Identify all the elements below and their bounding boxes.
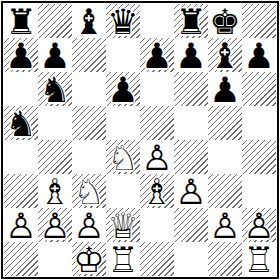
square-f6[interactable] xyxy=(174,72,208,106)
square-h8[interactable] xyxy=(242,4,276,38)
white-pawn: ♟♙ xyxy=(140,141,174,174)
white-knight: ♞♘ xyxy=(72,175,106,208)
square-d6[interactable]: ♟ xyxy=(106,72,140,106)
black-pawn: ♟ xyxy=(106,73,140,106)
piece-outline-layer: ♘ xyxy=(106,141,140,174)
square-c4[interactable] xyxy=(72,140,106,174)
white-bishop: ♝♗ xyxy=(140,175,174,208)
white-pawn: ♟♙ xyxy=(72,209,106,242)
square-h2[interactable]: ♟♙ xyxy=(242,208,276,242)
black-queen: ♛ xyxy=(106,5,140,38)
square-g7[interactable]: ♝ xyxy=(208,38,242,72)
black-knight: ♞ xyxy=(4,107,38,140)
piece-outline-layer: ♖ xyxy=(242,243,276,276)
square-e6[interactable] xyxy=(140,72,174,106)
black-bishop: ♝ xyxy=(208,39,242,72)
square-g6[interactable]: ♟ xyxy=(208,72,242,106)
square-c2[interactable]: ♟♙ xyxy=(72,208,106,242)
black-pawn: ♟ xyxy=(242,39,276,72)
square-b2[interactable]: ♟♙ xyxy=(38,208,72,242)
square-h7[interactable]: ♟ xyxy=(242,38,276,72)
piece-outline-layer: ♙ xyxy=(208,209,242,242)
square-a3[interactable] xyxy=(4,174,38,208)
black-king: ♚ xyxy=(208,5,242,38)
square-b5[interactable] xyxy=(38,106,72,140)
square-h6[interactable] xyxy=(242,72,276,106)
white-pawn: ♟♙ xyxy=(174,175,208,208)
square-g8[interactable]: ♚ xyxy=(208,4,242,38)
white-pawn: ♟♙ xyxy=(242,209,276,242)
black-pawn: ♟ xyxy=(174,39,208,72)
white-rook: ♜♖ xyxy=(242,243,276,276)
piece-outline-layer: ♔ xyxy=(72,243,106,276)
piece-outline-layer: ♕ xyxy=(106,209,140,242)
square-e7[interactable]: ♟ xyxy=(140,38,174,72)
square-g1[interactable] xyxy=(208,242,242,276)
black-pawn: ♟ xyxy=(38,39,72,72)
white-pawn: ♟♙ xyxy=(208,209,242,242)
white-queen: ♛♕ xyxy=(106,209,140,242)
square-f7[interactable]: ♟ xyxy=(174,38,208,72)
square-d7[interactable] xyxy=(106,38,140,72)
square-c6[interactable] xyxy=(72,72,106,106)
square-g3[interactable] xyxy=(208,174,242,208)
square-c5[interactable] xyxy=(72,106,106,140)
square-d3[interactable] xyxy=(106,174,140,208)
piece-outline-layer: ♘ xyxy=(72,175,106,208)
black-pawn: ♟ xyxy=(208,73,242,106)
black-rook: ♜ xyxy=(174,5,208,38)
square-e5[interactable] xyxy=(140,106,174,140)
square-a2[interactable]: ♟♙ xyxy=(4,208,38,242)
square-g4[interactable] xyxy=(208,140,242,174)
piece-outline-layer: ♖ xyxy=(106,243,140,276)
square-b4[interactable] xyxy=(38,140,72,174)
square-b7[interactable]: ♟ xyxy=(38,38,72,72)
square-e2[interactable] xyxy=(140,208,174,242)
square-e4[interactable]: ♟♙ xyxy=(140,140,174,174)
square-g5[interactable] xyxy=(208,106,242,140)
piece-outline-layer: ♙ xyxy=(4,209,38,242)
square-d8[interactable]: ♛ xyxy=(106,4,140,38)
white-bishop: ♝♗ xyxy=(38,175,72,208)
square-f5[interactable] xyxy=(174,106,208,140)
square-h5[interactable] xyxy=(242,106,276,140)
square-c3[interactable]: ♞♘ xyxy=(72,174,106,208)
board-frame: ♜♝♛♜♚♟♟♟♟♝♟♞♟♟♞♞♘♟♙♝♗♞♘♝♗♟♙♟♙♟♙♟♙♛♕♟♙♟♙♚… xyxy=(1,1,279,279)
square-f4[interactable] xyxy=(174,140,208,174)
square-a1[interactable] xyxy=(4,242,38,276)
square-f8[interactable]: ♜ xyxy=(174,4,208,38)
white-pawn: ♟♙ xyxy=(4,209,38,242)
square-a4[interactable] xyxy=(4,140,38,174)
white-pawn: ♟♙ xyxy=(38,209,72,242)
white-king: ♚♔ xyxy=(72,243,106,276)
black-pawn: ♟ xyxy=(4,39,38,72)
piece-outline-layer: ♙ xyxy=(140,141,174,174)
square-f3[interactable]: ♟♙ xyxy=(174,174,208,208)
square-h3[interactable] xyxy=(242,174,276,208)
square-h1[interactable]: ♜♖ xyxy=(242,242,276,276)
square-e1[interactable] xyxy=(140,242,174,276)
square-b3[interactable]: ♝♗ xyxy=(38,174,72,208)
square-c8[interactable]: ♝ xyxy=(72,4,106,38)
square-a8[interactable]: ♜ xyxy=(4,4,38,38)
square-d4[interactable]: ♞♘ xyxy=(106,140,140,174)
black-pawn: ♟ xyxy=(140,39,174,72)
square-e3[interactable]: ♝♗ xyxy=(140,174,174,208)
square-g2[interactable]: ♟♙ xyxy=(208,208,242,242)
square-b1[interactable] xyxy=(38,242,72,276)
black-bishop: ♝ xyxy=(72,5,106,38)
square-d1[interactable]: ♜♖ xyxy=(106,242,140,276)
piece-outline-layer: ♗ xyxy=(38,175,72,208)
square-b8[interactable] xyxy=(38,4,72,38)
square-d5[interactable] xyxy=(106,106,140,140)
square-f1[interactable] xyxy=(174,242,208,276)
chess-diagram: ♜♝♛♜♚♟♟♟♟♝♟♞♟♟♞♞♘♟♙♝♗♞♘♝♗♟♙♟♙♟♙♟♙♛♕♟♙♟♙♚… xyxy=(0,0,280,280)
square-f2[interactable] xyxy=(174,208,208,242)
white-knight: ♞♘ xyxy=(106,141,140,174)
white-rook: ♜♖ xyxy=(106,243,140,276)
piece-outline-layer: ♙ xyxy=(72,209,106,242)
square-a6[interactable] xyxy=(4,72,38,106)
square-e8[interactable] xyxy=(140,4,174,38)
square-b6[interactable]: ♞ xyxy=(38,72,72,106)
piece-outline-layer: ♙ xyxy=(38,209,72,242)
piece-outline-layer: ♗ xyxy=(140,175,174,208)
black-knight: ♞ xyxy=(38,73,72,106)
piece-outline-layer: ♙ xyxy=(174,175,208,208)
piece-outline-layer: ♙ xyxy=(242,209,276,242)
chess-board: ♜♝♛♜♚♟♟♟♟♝♟♞♟♟♞♞♘♟♙♝♗♞♘♝♗♟♙♟♙♟♙♟♙♛♕♟♙♟♙♚… xyxy=(4,4,276,276)
square-d2[interactable]: ♛♕ xyxy=(106,208,140,242)
square-c7[interactable] xyxy=(72,38,106,72)
square-a5[interactable]: ♞ xyxy=(4,106,38,140)
square-h4[interactable] xyxy=(242,140,276,174)
square-c1[interactable]: ♚♔ xyxy=(72,242,106,276)
square-a7[interactable]: ♟ xyxy=(4,38,38,72)
black-rook: ♜ xyxy=(4,5,38,38)
